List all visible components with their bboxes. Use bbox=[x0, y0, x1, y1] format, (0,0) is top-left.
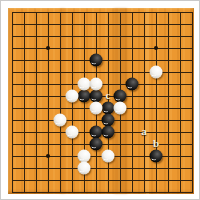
white-stone bbox=[66, 126, 79, 139]
black-stone bbox=[102, 126, 115, 139]
board-overlay: cab bbox=[12, 12, 193, 193]
point-label-b: b bbox=[153, 138, 159, 149]
white-stone bbox=[78, 162, 91, 175]
white-stone bbox=[102, 150, 115, 163]
black-stone bbox=[90, 54, 103, 67]
white-stone bbox=[54, 114, 67, 127]
black-stone bbox=[90, 138, 103, 151]
white-stone bbox=[66, 90, 79, 103]
star-point bbox=[154, 46, 158, 50]
white-stone bbox=[90, 102, 103, 115]
black-stone bbox=[150, 150, 163, 163]
star-point bbox=[46, 46, 50, 50]
black-stone bbox=[126, 78, 139, 91]
point-label-a: a bbox=[141, 126, 147, 137]
white-stone bbox=[114, 102, 127, 115]
white-stone bbox=[150, 66, 163, 79]
go-diagram: cab bbox=[0, 0, 200, 200]
point-label-c: c bbox=[106, 90, 111, 101]
star-point bbox=[46, 154, 50, 158]
white-stone bbox=[90, 78, 103, 91]
